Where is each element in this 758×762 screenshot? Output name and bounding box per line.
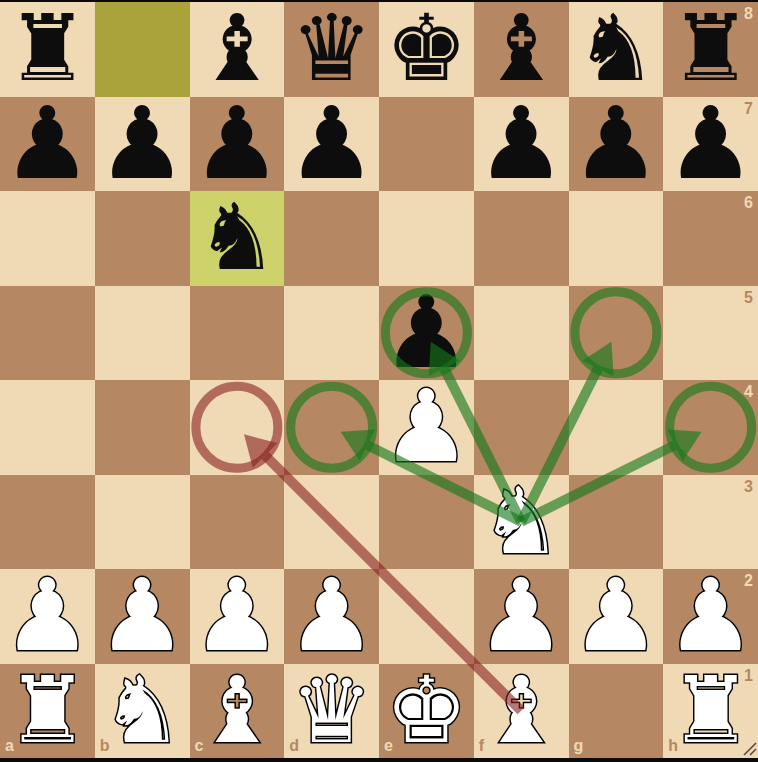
piece-black-pawn[interactable]: ♟: [474, 97, 569, 192]
piece-white-knight[interactable]: ♞: [95, 664, 190, 759]
square-h3[interactable]: 3: [663, 475, 758, 570]
piece-black-knight[interactable]: ♞: [569, 2, 664, 97]
piece-white-rook[interactable]: ♜: [0, 664, 95, 759]
square-e6[interactable]: [379, 191, 474, 286]
piece-white-bishop[interactable]: ♝: [190, 664, 285, 759]
square-b6[interactable]: [95, 191, 190, 286]
square-b4[interactable]: [95, 380, 190, 475]
square-a6[interactable]: [0, 191, 95, 286]
square-a3[interactable]: [0, 475, 95, 570]
square-g3[interactable]: [569, 475, 664, 570]
square-g4[interactable]: [569, 380, 664, 475]
square-h5[interactable]: 5: [663, 286, 758, 381]
square-g1[interactable]: g: [569, 664, 664, 759]
square-f5[interactable]: [474, 286, 569, 381]
rank-label-3: 3: [744, 479, 753, 495]
piece-black-pawn[interactable]: ♟: [663, 97, 758, 192]
rank-label-5: 5: [744, 290, 753, 306]
piece-white-pawn[interactable]: ♟: [569, 569, 664, 664]
square-b3[interactable]: [95, 475, 190, 570]
square-h6[interactable]: 6: [663, 191, 758, 286]
piece-black-pawn[interactable]: ♟: [379, 286, 474, 381]
square-a5[interactable]: [0, 286, 95, 381]
piece-white-pawn[interactable]: ♟: [95, 569, 190, 664]
square-d6[interactable]: [284, 191, 379, 286]
square-c5[interactable]: [190, 286, 285, 381]
square-e3[interactable]: [379, 475, 474, 570]
piece-black-pawn[interactable]: ♟: [284, 97, 379, 192]
square-f4[interactable]: [474, 380, 569, 475]
square-b8[interactable]: [95, 2, 190, 97]
piece-black-king[interactable]: ♚: [379, 2, 474, 97]
piece-white-knight[interactable]: ♞: [474, 475, 569, 570]
square-a4[interactable]: [0, 380, 95, 475]
piece-white-queen[interactable]: ♛: [284, 664, 379, 759]
square-b5[interactable]: [95, 286, 190, 381]
piece-white-pawn[interactable]: ♟: [284, 569, 379, 664]
square-g6[interactable]: [569, 191, 664, 286]
square-d4[interactable]: [284, 380, 379, 475]
square-e7[interactable]: [379, 97, 474, 192]
piece-white-pawn[interactable]: ♟: [190, 569, 285, 664]
square-e2[interactable]: [379, 569, 474, 664]
square-g5[interactable]: [569, 286, 664, 381]
piece-white-pawn[interactable]: ♟: [379, 380, 474, 475]
piece-black-rook[interactable]: ♜: [0, 2, 95, 97]
square-f6[interactable]: [474, 191, 569, 286]
resize-diagonal-icon[interactable]: [741, 740, 757, 756]
piece-white-bishop[interactable]: ♝: [474, 664, 569, 759]
piece-white-pawn[interactable]: ♟: [474, 569, 569, 664]
piece-black-knight[interactable]: ♞: [190, 191, 285, 286]
piece-white-pawn[interactable]: ♟: [0, 569, 95, 664]
chess-board: 8765432abcdefg1h ♜♝♛♚♝♞♜♟♟♟♟♟♟♟♞♟♟♞♟♟♟♟♟…: [0, 0, 758, 762]
piece-black-bishop[interactable]: ♝: [190, 2, 285, 97]
square-d3[interactable]: [284, 475, 379, 570]
piece-black-pawn[interactable]: ♟: [0, 97, 95, 192]
piece-white-king[interactable]: ♚: [379, 664, 474, 759]
piece-black-pawn[interactable]: ♟: [95, 97, 190, 192]
piece-black-queen[interactable]: ♛: [284, 2, 379, 97]
square-h4[interactable]: 4: [663, 380, 758, 475]
piece-white-pawn[interactable]: ♟: [663, 569, 758, 664]
piece-black-bishop[interactable]: ♝: [474, 2, 569, 97]
square-c4[interactable]: [190, 380, 285, 475]
piece-black-rook[interactable]: ♜: [663, 2, 758, 97]
rank-label-4: 4: [744, 384, 753, 400]
square-c3[interactable]: [190, 475, 285, 570]
square-d5[interactable]: [284, 286, 379, 381]
piece-black-pawn[interactable]: ♟: [569, 97, 664, 192]
file-label-g: g: [574, 738, 584, 754]
piece-black-pawn[interactable]: ♟: [190, 97, 285, 192]
